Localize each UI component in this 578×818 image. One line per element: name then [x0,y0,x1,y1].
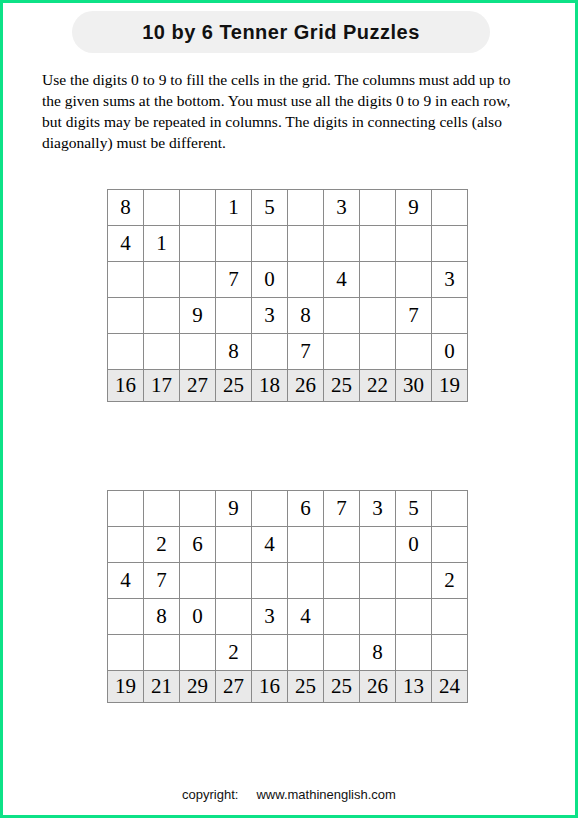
grid-cell[interactable] [432,190,467,225]
grid-cell[interactable] [108,334,143,369]
grid-cell[interactable] [324,527,359,562]
grid-cell[interactable] [216,599,251,634]
grid-cell[interactable] [216,563,251,598]
instruction-line: but digits may be repeated in columns. T… [42,111,547,132]
grid-cell: 4 [252,527,287,562]
grid-cell: 2 [216,635,251,670]
grid-cell: 0 [180,599,215,634]
grid-cell[interactable] [216,527,251,562]
grid-cell: 0 [252,262,287,297]
grid-cell[interactable] [108,635,143,670]
grid-cell: 9 [216,491,251,526]
grid-cell: 8 [288,298,323,333]
sum-cell: 13 [396,671,431,702]
grid-cell[interactable] [180,226,215,261]
grid-cell[interactable] [360,190,395,225]
grid-cell[interactable] [360,334,395,369]
grid-cell: 1 [144,226,179,261]
grid-cell[interactable] [288,635,323,670]
grid-cell: 4 [108,563,143,598]
instruction-line: the given sums at the bottom. You must u… [42,90,547,111]
grid-cell[interactable] [108,298,143,333]
sum-cell: 27 [216,671,251,702]
sum-cell: 16 [108,370,143,401]
grid-cell[interactable] [288,226,323,261]
grid-cell[interactable] [396,334,431,369]
site-url[interactable]: www.mathinenglish.com [256,787,395,802]
grid-cell[interactable] [432,226,467,261]
grid-cell: 8 [216,334,251,369]
grid-cell[interactable] [360,262,395,297]
grid-cell: 7 [288,334,323,369]
grid-cell[interactable] [432,527,467,562]
instruction-line: diagonally) must be different. [42,132,547,153]
grid-cell[interactable] [324,298,359,333]
grid-cell[interactable] [432,599,467,634]
grid-cell: 5 [252,190,287,225]
grid-cell[interactable] [360,226,395,261]
grid-cell[interactable] [360,298,395,333]
grid-cell[interactable] [432,491,467,526]
grid-cell[interactable] [396,226,431,261]
grid-cell[interactable] [180,334,215,369]
grid-cell: 6 [180,527,215,562]
sum-cell: 27 [180,370,215,401]
tenner-grid-1: 81539417043938787016172725182625223019 [107,189,468,402]
grid-cell[interactable] [144,635,179,670]
grid-cell: 8 [144,599,179,634]
grid-cell: 6 [288,491,323,526]
grid-cell[interactable] [144,334,179,369]
sum-cell: 25 [216,370,251,401]
grid-cell: 4 [324,262,359,297]
grid-cell[interactable] [288,262,323,297]
grid-cell[interactable] [108,262,143,297]
worksheet-page: 10 by 6 Tenner Grid Puzzles Use the digi… [0,0,578,818]
grid-cell[interactable] [324,226,359,261]
grid-cell[interactable] [396,635,431,670]
grid-cell[interactable] [216,298,251,333]
grid-cell: 3 [360,491,395,526]
footer: copyright: www.mathinenglish.com [3,787,575,802]
title-banner: 10 by 6 Tenner Grid Puzzles [72,11,490,53]
grid-cell: 1 [216,190,251,225]
sum-cell: 18 [252,370,287,401]
sum-cell: 21 [144,671,179,702]
grid-cell[interactable] [180,262,215,297]
grid-cell[interactable] [252,635,287,670]
instructions: Use the digits 0 to 9 to fill the cells … [42,69,547,153]
grid-cell[interactable] [144,262,179,297]
grid-cell: 3 [252,298,287,333]
grid-cell: 7 [144,563,179,598]
sum-cell: 25 [324,671,359,702]
grid-cell[interactable] [252,563,287,598]
grid-cell[interactable] [216,226,251,261]
grid-cell: 9 [180,298,215,333]
grid-cell[interactable] [252,226,287,261]
grid-cell: 0 [396,527,431,562]
sum-cell: 19 [432,370,467,401]
grid-cell: 9 [396,190,431,225]
grid-cell[interactable] [180,190,215,225]
grid-cell: 7 [216,262,251,297]
grid-cell[interactable] [288,527,323,562]
grid-cell: 4 [288,599,323,634]
grid-cell[interactable] [432,298,467,333]
sum-cell: 25 [324,370,359,401]
grid-cell[interactable] [324,635,359,670]
grid-cell[interactable] [324,334,359,369]
grid-cell[interactable] [252,334,287,369]
grid-cell: 3 [324,190,359,225]
page-title: 10 by 6 Tenner Grid Puzzles [142,21,420,44]
grid-cell[interactable] [288,563,323,598]
grid-cell[interactable] [288,190,323,225]
grid-cell: 7 [396,298,431,333]
sum-cell: 22 [360,370,395,401]
grid-cell[interactable] [252,491,287,526]
grid-cell[interactable] [432,635,467,670]
grid-cell[interactable] [360,599,395,634]
sum-cell: 26 [360,671,395,702]
grid-cell[interactable] [108,491,143,526]
grid-cell[interactable] [144,190,179,225]
grid-cell[interactable] [324,599,359,634]
grid-cell: 3 [252,599,287,634]
grid-cell: 3 [432,262,467,297]
sum-cell: 29 [180,671,215,702]
grid-cell: 5 [396,491,431,526]
grid-cell[interactable] [108,527,143,562]
grid-cell[interactable] [180,563,215,598]
grid-cell[interactable] [144,491,179,526]
sum-cell: 24 [432,671,467,702]
copyright-label: copyright: [182,787,238,802]
grid-cell[interactable] [360,527,395,562]
grid-cell[interactable] [108,599,143,634]
grid-cell: 7 [324,491,359,526]
grid-cell[interactable] [180,635,215,670]
grid-cell[interactable] [180,491,215,526]
grid-cell[interactable] [324,563,359,598]
sum-cell: 16 [252,671,287,702]
grid-cell: 0 [432,334,467,369]
grid-cell: 8 [360,635,395,670]
sum-cell: 17 [144,370,179,401]
grid-cell: 8 [108,190,143,225]
tenner-grid-2: 96735264047280342819212927162525261324 [107,490,468,703]
grid-cell: 2 [144,527,179,562]
instruction-line: Use the digits 0 to 9 to fill the cells … [42,69,547,90]
grid-cell[interactable] [396,563,431,598]
grid-cell: 4 [108,226,143,261]
grid-cell[interactable] [360,563,395,598]
sum-cell: 26 [288,370,323,401]
grid-cell[interactable] [144,298,179,333]
sum-cell: 30 [396,370,431,401]
grid-cell[interactable] [396,262,431,297]
grid-cell: 2 [432,563,467,598]
sum-cell: 19 [108,671,143,702]
sum-cell: 25 [288,671,323,702]
grid-cell[interactable] [396,599,431,634]
